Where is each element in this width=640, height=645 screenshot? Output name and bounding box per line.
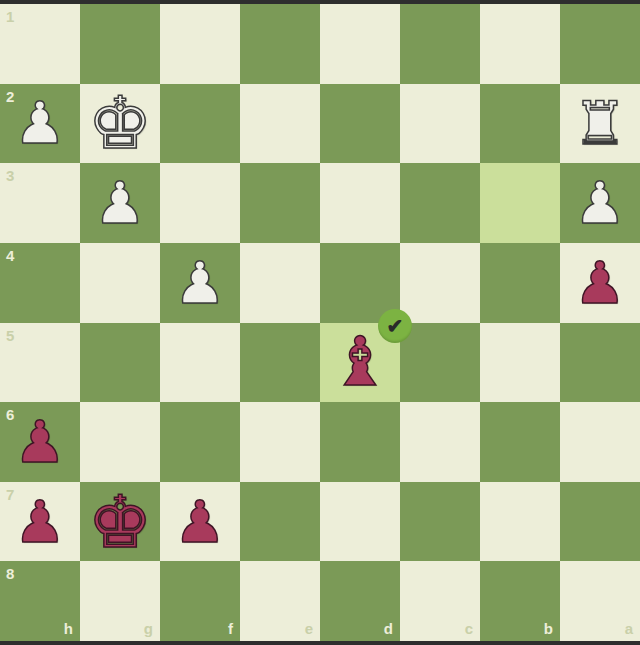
black-pawn-h6[interactable]: ♟ (0, 402, 80, 482)
square-c7[interactable] (400, 482, 480, 562)
square-b3[interactable] (480, 163, 560, 243)
square-b5[interactable] (480, 323, 560, 403)
square-a2[interactable]: ♜ (560, 84, 640, 164)
rank-label-3: 3 (6, 168, 14, 183)
square-f6[interactable] (160, 402, 240, 482)
rank-label-1: 1 (6, 9, 14, 24)
square-a1[interactable] (560, 4, 640, 84)
square-e8[interactable]: e (240, 561, 320, 641)
square-d7[interactable] (320, 482, 400, 562)
square-h8[interactable]: 8h (0, 561, 80, 641)
white-pawn-g3[interactable]: ♟ (80, 163, 160, 243)
square-c1[interactable] (400, 4, 480, 84)
square-g8[interactable]: g (80, 561, 160, 641)
square-b8[interactable]: b (480, 561, 560, 641)
square-c6[interactable] (400, 402, 480, 482)
square-b2[interactable] (480, 84, 560, 164)
square-h5[interactable]: 5 (0, 323, 80, 403)
correct-move-check-icon: ✔ (378, 309, 412, 343)
square-b7[interactable] (480, 482, 560, 562)
square-e6[interactable] (240, 402, 320, 482)
square-g4[interactable] (80, 243, 160, 323)
white-pawn-f4[interactable]: ♟ (160, 243, 240, 323)
rank-label-8: 8 (6, 566, 14, 581)
black-pawn-h7[interactable]: ♟ (0, 482, 80, 562)
square-e1[interactable] (240, 4, 320, 84)
square-h6[interactable]: 6♟ (0, 402, 80, 482)
rank-label-5: 5 (6, 328, 14, 343)
square-g6[interactable] (80, 402, 160, 482)
chess-puzzle-screen: 12♟♚♜3♟♟4♟♟5♝✔6♟7♟♚♟8hgfedcba (0, 0, 640, 645)
white-pawn-h2[interactable]: ♟ (0, 84, 80, 164)
file-label-c: c (465, 621, 473, 636)
square-f4[interactable]: ♟ (160, 243, 240, 323)
file-label-d: d (384, 621, 393, 636)
square-d5[interactable]: ♝✔ (320, 323, 400, 403)
square-e5[interactable] (240, 323, 320, 403)
black-king-g7[interactable]: ♚ (80, 482, 160, 562)
square-f3[interactable] (160, 163, 240, 243)
square-d1[interactable] (320, 4, 400, 84)
square-e2[interactable] (240, 84, 320, 164)
square-d8[interactable]: d (320, 561, 400, 641)
square-c2[interactable] (400, 84, 480, 164)
square-g3[interactable]: ♟ (80, 163, 160, 243)
square-d3[interactable] (320, 163, 400, 243)
file-label-a: a (625, 621, 633, 636)
square-e3[interactable] (240, 163, 320, 243)
square-c8[interactable]: c (400, 561, 480, 641)
square-a8[interactable]: a (560, 561, 640, 641)
square-d6[interactable] (320, 402, 400, 482)
square-b1[interactable] (480, 4, 560, 84)
rank-label-4: 4 (6, 248, 14, 263)
square-f1[interactable] (160, 4, 240, 84)
white-pawn-a3[interactable]: ♟ (560, 163, 640, 243)
white-rook-a2[interactable]: ♜ (560, 84, 640, 164)
white-king-g2[interactable]: ♚ (80, 84, 160, 164)
square-d2[interactable] (320, 84, 400, 164)
square-g1[interactable] (80, 4, 160, 84)
square-a3[interactable]: ♟ (560, 163, 640, 243)
square-b6[interactable] (480, 402, 560, 482)
square-f8[interactable]: f (160, 561, 240, 641)
square-g5[interactable] (80, 323, 160, 403)
square-g7[interactable]: ♚ (80, 482, 160, 562)
square-a7[interactable] (560, 482, 640, 562)
checkmark-glyph: ✔ (387, 316, 404, 336)
square-a4[interactable]: ♟ (560, 243, 640, 323)
square-a5[interactable] (560, 323, 640, 403)
square-g2[interactable]: ♚ (80, 84, 160, 164)
board-frame-bottom (0, 641, 640, 645)
file-label-b: b (544, 621, 553, 636)
square-a6[interactable] (560, 402, 640, 482)
black-pawn-a4[interactable]: ♟ (560, 243, 640, 323)
square-c4[interactable] (400, 243, 480, 323)
square-h3[interactable]: 3 (0, 163, 80, 243)
file-label-g: g (144, 621, 153, 636)
file-label-e: e (305, 621, 313, 636)
square-h7[interactable]: 7♟ (0, 482, 80, 562)
chess-board: 12♟♚♜3♟♟4♟♟5♝✔6♟7♟♚♟8hgfedcba (0, 4, 640, 641)
black-pawn-f7[interactable]: ♟ (160, 482, 240, 562)
square-e4[interactable] (240, 243, 320, 323)
square-c5[interactable] (400, 323, 480, 403)
square-h2[interactable]: 2♟ (0, 84, 80, 164)
file-label-h: h (64, 621, 73, 636)
file-label-f: f (228, 621, 233, 636)
square-f5[interactable] (160, 323, 240, 403)
square-b4[interactable] (480, 243, 560, 323)
square-f7[interactable]: ♟ (160, 482, 240, 562)
square-c3[interactable] (400, 163, 480, 243)
square-e7[interactable] (240, 482, 320, 562)
square-h1[interactable]: 1 (0, 4, 80, 84)
square-f2[interactable] (160, 84, 240, 164)
square-h4[interactable]: 4 (0, 243, 80, 323)
